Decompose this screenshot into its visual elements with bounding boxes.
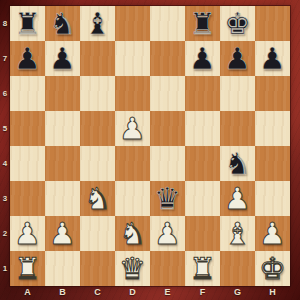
white-pawn-g3: ♟: [224, 181, 251, 216]
square-c7[interactable]: [80, 41, 115, 76]
square-a2[interactable]: ♟: [10, 216, 45, 251]
white-queen-d1: ♛: [119, 251, 146, 286]
black-pawn-h7: ♟: [259, 41, 286, 76]
white-pawn-e2: ♟: [154, 216, 181, 251]
black-rook-f8: ♜: [189, 6, 216, 41]
square-b4[interactable]: [45, 146, 80, 181]
square-e7[interactable]: [150, 41, 185, 76]
square-b7[interactable]: ♟: [45, 41, 80, 76]
file-label-f: F: [185, 285, 220, 300]
white-pawn-d5: ♟: [119, 111, 146, 146]
rank-labels: 87654321: [0, 6, 10, 286]
rank-label-1: 1: [0, 251, 10, 286]
square-g2[interactable]: ♝: [220, 216, 255, 251]
square-h8[interactable]: [255, 6, 290, 41]
black-bishop-c8: ♝: [84, 6, 111, 41]
square-f8[interactable]: ♜: [185, 6, 220, 41]
square-h2[interactable]: ♟: [255, 216, 290, 251]
black-king-g8: ♚: [224, 6, 251, 41]
square-c2[interactable]: [80, 216, 115, 251]
square-h4[interactable]: [255, 146, 290, 181]
square-g6[interactable]: [220, 76, 255, 111]
black-knight-g4: ♞: [224, 146, 251, 181]
file-label-b: B: [45, 285, 80, 300]
rank-label-5: 5: [0, 111, 10, 146]
square-d8[interactable]: [115, 6, 150, 41]
rank-label-3: 3: [0, 181, 10, 216]
black-pawn-b7: ♟: [49, 41, 76, 76]
rank-label-6: 6: [0, 76, 10, 111]
square-e3[interactable]: ♛: [150, 181, 185, 216]
square-e6[interactable]: [150, 76, 185, 111]
square-b6[interactable]: [45, 76, 80, 111]
square-b2[interactable]: ♟: [45, 216, 80, 251]
square-g7[interactable]: ♟: [220, 41, 255, 76]
square-f7[interactable]: ♟: [185, 41, 220, 76]
square-h3[interactable]: [255, 181, 290, 216]
square-a1[interactable]: ♜: [10, 251, 45, 286]
square-d7[interactable]: [115, 41, 150, 76]
square-h5[interactable]: [255, 111, 290, 146]
square-c3[interactable]: ♞: [80, 181, 115, 216]
square-d5[interactable]: ♟: [115, 111, 150, 146]
black-queen-e3: ♛: [154, 181, 181, 216]
square-a6[interactable]: [10, 76, 45, 111]
square-b5[interactable]: [45, 111, 80, 146]
square-e8[interactable]: [150, 6, 185, 41]
black-pawn-f7: ♟: [189, 41, 216, 76]
white-pawn-b2: ♟: [49, 216, 76, 251]
square-f2[interactable]: [185, 216, 220, 251]
square-g8[interactable]: ♚: [220, 6, 255, 41]
white-pawn-a2: ♟: [14, 216, 41, 251]
square-a3[interactable]: [10, 181, 45, 216]
white-knight-d2: ♞: [119, 216, 146, 251]
square-e2[interactable]: ♟: [150, 216, 185, 251]
square-d6[interactable]: [115, 76, 150, 111]
black-knight-b8: ♞: [49, 6, 76, 41]
white-bishop-g2: ♝: [224, 216, 251, 251]
square-e5[interactable]: [150, 111, 185, 146]
square-a4[interactable]: [10, 146, 45, 181]
square-f1[interactable]: ♜: [185, 251, 220, 286]
white-king-h1: ♚: [259, 251, 286, 286]
square-f5[interactable]: [185, 111, 220, 146]
square-a7[interactable]: ♟: [10, 41, 45, 76]
white-rook-a1: ♜: [14, 251, 41, 286]
rank-label-2: 2: [0, 216, 10, 251]
file-label-d: D: [115, 285, 150, 300]
file-label-e: E: [150, 285, 185, 300]
white-knight-c3: ♞: [84, 181, 111, 216]
square-a5[interactable]: [10, 111, 45, 146]
chess-board: ♜♞♝♜♚♟♟♟♟♟♟♞♞♛♟♟♟♞♟♝♟♜♛♜♚: [10, 6, 290, 286]
file-label-h: H: [255, 285, 290, 300]
square-d2[interactable]: ♞: [115, 216, 150, 251]
square-g5[interactable]: [220, 111, 255, 146]
black-pawn-a7: ♟: [14, 41, 41, 76]
file-label-a: A: [10, 285, 45, 300]
white-rook-f1: ♜: [189, 251, 216, 286]
square-h7[interactable]: ♟: [255, 41, 290, 76]
rank-label-8: 8: [0, 6, 10, 41]
square-g4[interactable]: ♞: [220, 146, 255, 181]
square-g1[interactable]: [220, 251, 255, 286]
square-h1[interactable]: ♚: [255, 251, 290, 286]
chess-diagram: 87654321 ♜♞♝♜♚♟♟♟♟♟♟♞♞♛♟♟♟♞♟♝♟♜♛♜♚ ABCDE…: [0, 0, 300, 300]
square-d4[interactable]: [115, 146, 150, 181]
square-c4[interactable]: [80, 146, 115, 181]
rank-label-4: 4: [0, 146, 10, 181]
square-c6[interactable]: [80, 76, 115, 111]
square-b1[interactable]: [45, 251, 80, 286]
rank-label-7: 7: [0, 41, 10, 76]
black-pawn-g7: ♟: [224, 41, 251, 76]
square-c5[interactable]: [80, 111, 115, 146]
black-rook-a8: ♜: [14, 6, 41, 41]
file-label-g: G: [220, 285, 255, 300]
square-h6[interactable]: [255, 76, 290, 111]
square-b3[interactable]: [45, 181, 80, 216]
square-f4[interactable]: [185, 146, 220, 181]
square-c8[interactable]: ♝: [80, 6, 115, 41]
square-d1[interactable]: ♛: [115, 251, 150, 286]
square-e4[interactable]: [150, 146, 185, 181]
white-pawn-h2: ♟: [259, 216, 286, 251]
file-labels: ABCDEFGH: [10, 285, 290, 300]
square-a8[interactable]: ♜: [10, 6, 45, 41]
square-f3[interactable]: [185, 181, 220, 216]
square-d3[interactable]: [115, 181, 150, 216]
square-b8[interactable]: ♞: [45, 6, 80, 41]
square-e1[interactable]: [150, 251, 185, 286]
square-g3[interactable]: ♟: [220, 181, 255, 216]
square-f6[interactable]: [185, 76, 220, 111]
file-label-c: C: [80, 285, 115, 300]
square-c1[interactable]: [80, 251, 115, 286]
